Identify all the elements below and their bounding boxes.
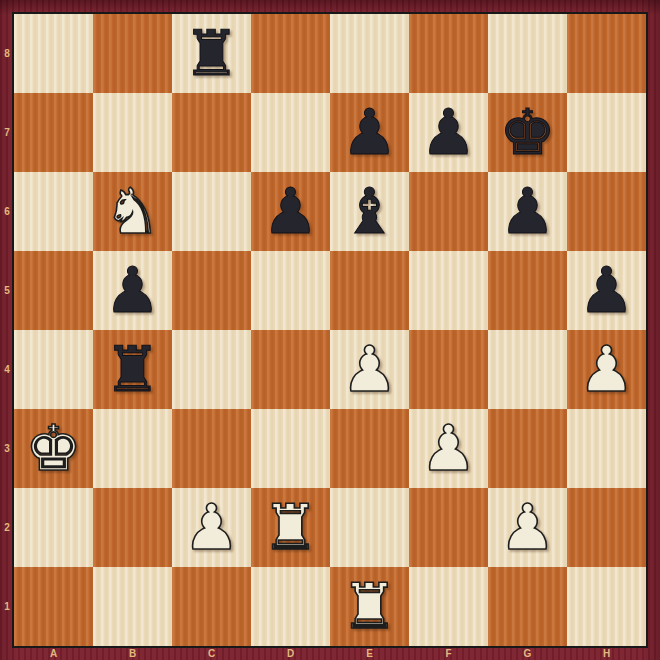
square-d7[interactable]: [251, 93, 330, 172]
square-d8[interactable]: [251, 14, 330, 93]
file-label-a: A: [14, 646, 93, 660]
rank-label-6: 6: [0, 172, 14, 251]
square-b1[interactable]: [93, 567, 172, 646]
square-d4[interactable]: [251, 330, 330, 409]
square-g1[interactable]: [488, 567, 567, 646]
square-b3[interactable]: [93, 409, 172, 488]
white-rook[interactable]: ♜: [251, 488, 330, 567]
square-c5[interactable]: [172, 251, 251, 330]
square-h4[interactable]: ♟: [567, 330, 646, 409]
square-g3[interactable]: [488, 409, 567, 488]
board-frame: ♜♟♟♚♞♟♝♟♟♟♜♟♟♚♟♟♜♟♜ 87654321 ABCDEFGH: [0, 0, 660, 660]
square-a5[interactable]: [14, 251, 93, 330]
square-f7[interactable]: ♟: [409, 93, 488, 172]
square-f4[interactable]: [409, 330, 488, 409]
rank-labels: 87654321: [0, 14, 14, 646]
square-g8[interactable]: [488, 14, 567, 93]
square-g5[interactable]: [488, 251, 567, 330]
rank-label-2: 2: [0, 488, 14, 567]
square-d5[interactable]: [251, 251, 330, 330]
square-a1[interactable]: [14, 567, 93, 646]
square-e2[interactable]: [330, 488, 409, 567]
square-h2[interactable]: [567, 488, 646, 567]
square-a6[interactable]: [14, 172, 93, 251]
square-f1[interactable]: [409, 567, 488, 646]
square-f8[interactable]: [409, 14, 488, 93]
file-label-f: F: [409, 646, 488, 660]
square-a8[interactable]: [14, 14, 93, 93]
square-h1[interactable]: [567, 567, 646, 646]
rank-label-7: 7: [0, 93, 14, 172]
rank-label-4: 4: [0, 330, 14, 409]
square-b4[interactable]: ♜: [93, 330, 172, 409]
square-b6[interactable]: ♞: [93, 172, 172, 251]
square-b8[interactable]: [93, 14, 172, 93]
square-c8[interactable]: ♜: [172, 14, 251, 93]
square-d2[interactable]: ♜: [251, 488, 330, 567]
square-e5[interactable]: [330, 251, 409, 330]
square-e7[interactable]: ♟: [330, 93, 409, 172]
file-labels: ABCDEFGH: [14, 646, 646, 660]
square-h7[interactable]: [567, 93, 646, 172]
square-d6[interactable]: ♟: [251, 172, 330, 251]
square-b7[interactable]: [93, 93, 172, 172]
square-c4[interactable]: [172, 330, 251, 409]
square-a4[interactable]: [14, 330, 93, 409]
square-c6[interactable]: [172, 172, 251, 251]
white-pawn[interactable]: ♟: [172, 488, 251, 567]
file-label-e: E: [330, 646, 409, 660]
square-e4[interactable]: ♟: [330, 330, 409, 409]
white-pawn[interactable]: ♟: [330, 330, 409, 409]
square-g7[interactable]: ♚: [488, 93, 567, 172]
square-b5[interactable]: ♟: [93, 251, 172, 330]
black-pawn[interactable]: ♟: [488, 172, 567, 251]
white-pawn[interactable]: ♟: [488, 488, 567, 567]
white-knight[interactable]: ♞: [93, 172, 172, 251]
square-e6[interactable]: ♝: [330, 172, 409, 251]
square-g6[interactable]: ♟: [488, 172, 567, 251]
square-f5[interactable]: [409, 251, 488, 330]
black-bishop[interactable]: ♝: [330, 172, 409, 251]
rank-label-3: 3: [0, 409, 14, 488]
square-c1[interactable]: [172, 567, 251, 646]
file-label-g: G: [488, 646, 567, 660]
black-pawn[interactable]: ♟: [93, 251, 172, 330]
file-label-c: C: [172, 646, 251, 660]
black-pawn[interactable]: ♟: [567, 251, 646, 330]
white-king[interactable]: ♚: [14, 409, 93, 488]
white-pawn[interactable]: ♟: [567, 330, 646, 409]
square-e8[interactable]: [330, 14, 409, 93]
file-label-h: H: [567, 646, 646, 660]
square-g4[interactable]: [488, 330, 567, 409]
black-pawn[interactable]: ♟: [330, 93, 409, 172]
rank-label-1: 1: [0, 567, 14, 646]
black-pawn[interactable]: ♟: [251, 172, 330, 251]
square-e1[interactable]: ♜: [330, 567, 409, 646]
square-b2[interactable]: [93, 488, 172, 567]
black-pawn[interactable]: ♟: [409, 93, 488, 172]
square-a3[interactable]: ♚: [14, 409, 93, 488]
white-pawn[interactable]: ♟: [409, 409, 488, 488]
square-c7[interactable]: [172, 93, 251, 172]
square-f2[interactable]: [409, 488, 488, 567]
file-label-b: B: [93, 646, 172, 660]
black-rook[interactable]: ♜: [172, 14, 251, 93]
file-label-d: D: [251, 646, 330, 660]
square-c2[interactable]: ♟: [172, 488, 251, 567]
square-h8[interactable]: [567, 14, 646, 93]
black-king[interactable]: ♚: [488, 93, 567, 172]
chess-board: ♜♟♟♚♞♟♝♟♟♟♜♟♟♚♟♟♜♟♜: [14, 14, 646, 646]
square-d3[interactable]: [251, 409, 330, 488]
square-h6[interactable]: [567, 172, 646, 251]
square-d1[interactable]: [251, 567, 330, 646]
black-rook[interactable]: ♜: [93, 330, 172, 409]
square-h5[interactable]: ♟: [567, 251, 646, 330]
rank-label-8: 8: [0, 14, 14, 93]
square-f6[interactable]: [409, 172, 488, 251]
white-rook[interactable]: ♜: [330, 567, 409, 646]
square-g2[interactable]: ♟: [488, 488, 567, 567]
square-h3[interactable]: [567, 409, 646, 488]
square-a7[interactable]: [14, 93, 93, 172]
square-c3[interactable]: [172, 409, 251, 488]
square-f3[interactable]: ♟: [409, 409, 488, 488]
square-a2[interactable]: [14, 488, 93, 567]
square-e3[interactable]: [330, 409, 409, 488]
rank-label-5: 5: [0, 251, 14, 330]
